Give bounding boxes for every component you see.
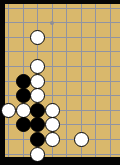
black-stone — [30, 132, 45, 147]
white-stone — [45, 132, 60, 147]
star-point — [50, 21, 54, 25]
go-diagram — [0, 0, 120, 165]
grid-line-horizontal — [5, 66, 120, 67]
black-stone — [30, 103, 45, 118]
grid-line-horizontal — [5, 37, 120, 38]
grid-line-horizontal — [5, 51, 120, 52]
grid-line-horizontal — [5, 8, 120, 9]
white-stone — [30, 59, 45, 74]
go-board[interactable] — [5, 4, 120, 157]
white-stone — [45, 103, 60, 118]
white-stone — [30, 88, 45, 103]
black-stone — [16, 117, 31, 132]
white-stone — [45, 117, 60, 132]
white-stone — [1, 103, 16, 118]
grid-line-horizontal — [5, 139, 120, 140]
grid-line-horizontal — [5, 154, 120, 155]
white-stone — [16, 103, 31, 118]
black-stone — [30, 117, 45, 132]
white-stone — [30, 30, 45, 45]
black-stone — [16, 74, 31, 89]
white-stone — [74, 132, 89, 147]
grid-line-horizontal — [5, 22, 120, 23]
white-stone — [30, 147, 45, 162]
white-stone — [30, 74, 45, 89]
black-stone — [16, 88, 31, 103]
